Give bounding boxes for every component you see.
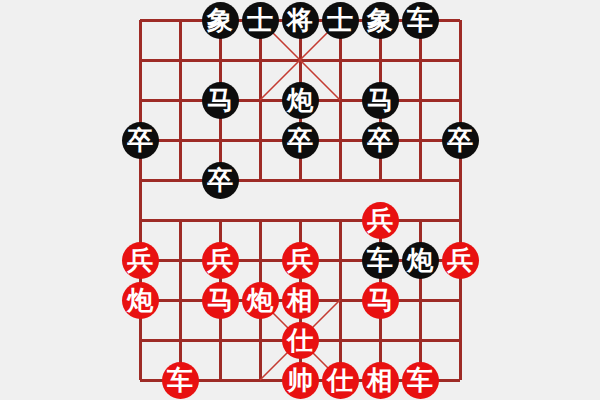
board-cell: 车 <box>400 0 440 40</box>
piece-red-soldier[interactable]: 兵 <box>122 242 159 279</box>
board-cell: 卒 <box>200 160 240 200</box>
board-cell: 仕 <box>280 320 320 360</box>
board-cell: 卒 <box>120 120 160 160</box>
piece-black-soldier[interactable]: 卒 <box>362 122 399 159</box>
piece-black-chariot[interactable]: 车 <box>402 2 439 39</box>
board-cell: 士 <box>240 0 280 40</box>
board-cell: 士 <box>320 0 360 40</box>
board-cell: 车 <box>360 240 400 280</box>
piece-black-chariot[interactable]: 车 <box>362 242 399 279</box>
piece-red-general[interactable]: 帅 <box>282 362 319 399</box>
piece-black-soldier[interactable]: 卒 <box>442 122 479 159</box>
xiangqi-board: 象士将士象车马炮马卒卒卒卒卒兵兵兵兵车炮兵炮马炮相马仕车帅仕相车 <box>120 0 480 400</box>
board-cell: 兵 <box>280 240 320 280</box>
piece-red-elephant[interactable]: 相 <box>282 282 319 319</box>
board-cell: 马 <box>360 80 400 120</box>
xiangqi-board-screen: 象士将士象车马炮马卒卒卒卒卒兵兵兵兵车炮兵炮马炮相马仕车帅仕相车 <box>0 0 600 400</box>
board-cell: 象 <box>360 0 400 40</box>
board-cell: 兵 <box>360 200 400 240</box>
board-cell: 炮 <box>280 80 320 120</box>
piece-red-chariot[interactable]: 车 <box>402 362 439 399</box>
board-cell: 马 <box>200 80 240 120</box>
board-cell: 相 <box>280 280 320 320</box>
board-cell: 兵 <box>440 240 480 280</box>
piece-black-cannon[interactable]: 炮 <box>282 82 319 119</box>
piece-black-advisor[interactable]: 士 <box>322 2 359 39</box>
piece-red-horse[interactable]: 马 <box>362 282 399 319</box>
board-cell: 兵 <box>120 240 160 280</box>
piece-red-soldier[interactable]: 兵 <box>202 242 239 279</box>
piece-black-advisor[interactable]: 士 <box>242 2 279 39</box>
board-cell: 车 <box>160 360 200 400</box>
board-cell: 马 <box>200 280 240 320</box>
board-cell: 卒 <box>360 120 400 160</box>
piece-black-general[interactable]: 将 <box>282 2 319 39</box>
board-cell: 马 <box>360 280 400 320</box>
board-cell: 车 <box>400 360 440 400</box>
board-cell: 象 <box>200 0 240 40</box>
piece-black-soldier[interactable]: 卒 <box>202 162 239 199</box>
board-cell: 卒 <box>440 120 480 160</box>
piece-red-soldier[interactable]: 兵 <box>362 202 399 239</box>
piece-red-soldier[interactable]: 兵 <box>442 242 479 279</box>
board-cell: 炮 <box>120 280 160 320</box>
board-cell: 仕 <box>320 360 360 400</box>
piece-red-cannon[interactable]: 炮 <box>122 282 159 319</box>
piece-black-elephant[interactable]: 象 <box>202 2 239 39</box>
board-cell: 将 <box>280 0 320 40</box>
piece-black-horse[interactable]: 马 <box>202 82 239 119</box>
piece-red-horse[interactable]: 马 <box>202 282 239 319</box>
piece-black-cannon[interactable]: 炮 <box>402 242 439 279</box>
piece-black-soldier[interactable]: 卒 <box>282 122 319 159</box>
piece-red-elephant[interactable]: 相 <box>362 362 399 399</box>
piece-red-advisor[interactable]: 仕 <box>282 322 319 359</box>
piece-red-advisor[interactable]: 仕 <box>322 362 359 399</box>
piece-black-horse[interactable]: 马 <box>362 82 399 119</box>
board-cell: 相 <box>360 360 400 400</box>
board-cell: 炮 <box>240 280 280 320</box>
board-cell: 兵 <box>200 240 240 280</box>
piece-black-elephant[interactable]: 象 <box>362 2 399 39</box>
piece-red-cannon[interactable]: 炮 <box>242 282 279 319</box>
board-cell: 炮 <box>400 240 440 280</box>
board-cell: 帅 <box>280 360 320 400</box>
piece-red-chariot[interactable]: 车 <box>162 362 199 399</box>
piece-red-soldier[interactable]: 兵 <box>282 242 319 279</box>
board-cell: 卒 <box>280 120 320 160</box>
piece-black-soldier[interactable]: 卒 <box>122 122 159 159</box>
